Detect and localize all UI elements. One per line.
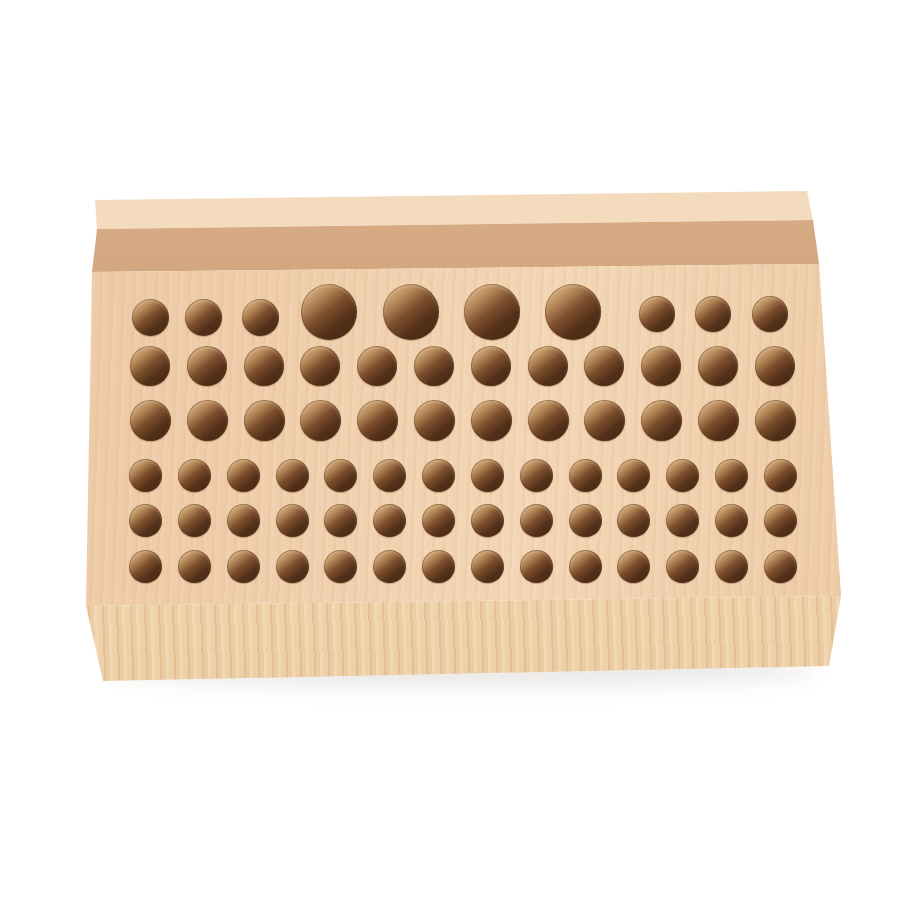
hole-row-5 bbox=[129, 504, 162, 537]
hole-row-1 bbox=[132, 299, 169, 336]
hole-row-5 bbox=[617, 504, 650, 537]
hole-row-2 bbox=[130, 346, 170, 386]
hole-row-6 bbox=[569, 550, 602, 583]
hole-row-5 bbox=[324, 504, 357, 537]
hole-row-6 bbox=[617, 550, 650, 583]
hole-row-6 bbox=[324, 550, 357, 583]
hole-row-3 bbox=[244, 400, 285, 441]
hole-row-3 bbox=[471, 400, 512, 441]
hole-row-4 bbox=[422, 459, 455, 492]
hole-row-4 bbox=[617, 459, 650, 492]
hole-row-1 bbox=[695, 296, 731, 332]
product-photo-scene bbox=[0, 0, 900, 900]
hole-row-5 bbox=[422, 504, 455, 537]
hole-row-6 bbox=[471, 550, 504, 583]
hole-row-4 bbox=[520, 459, 553, 492]
hole-row-3 bbox=[130, 400, 171, 441]
hole-row-4 bbox=[178, 459, 211, 492]
hole-row-3 bbox=[187, 400, 228, 441]
hole-row-5 bbox=[178, 504, 211, 537]
hole-row-2 bbox=[244, 346, 284, 386]
hole-row-6 bbox=[178, 550, 211, 583]
hole-row-5 bbox=[276, 504, 309, 537]
hole-row-4 bbox=[569, 459, 602, 492]
hole-row-6 bbox=[666, 550, 699, 583]
hole-row-3 bbox=[755, 400, 796, 441]
hole-row-5 bbox=[520, 504, 553, 537]
hole-row-3 bbox=[641, 400, 682, 441]
hole-row-4 bbox=[276, 459, 309, 492]
hole-row-3 bbox=[528, 400, 569, 441]
hole-row-5 bbox=[227, 504, 260, 537]
hole-row-3 bbox=[414, 400, 455, 441]
hole-row-6 bbox=[276, 550, 309, 583]
hole-row-4 bbox=[227, 459, 260, 492]
hole-row-2 bbox=[300, 346, 340, 386]
hole-row-6 bbox=[764, 550, 797, 583]
hole-row-2 bbox=[471, 346, 511, 386]
hole-row-2 bbox=[528, 346, 568, 386]
hole-row-6 bbox=[520, 550, 553, 583]
hole-row-5 bbox=[666, 504, 699, 537]
holes-layer bbox=[0, 0, 900, 900]
hole-row-5 bbox=[471, 504, 504, 537]
hole-row-4 bbox=[471, 459, 504, 492]
hole-row-2 bbox=[414, 346, 454, 386]
hole-row-2 bbox=[584, 346, 624, 386]
hole-row-6 bbox=[373, 550, 406, 583]
hole-row-3 bbox=[300, 400, 341, 441]
hole-row-1 bbox=[752, 296, 788, 332]
hole-row-1 bbox=[545, 284, 601, 340]
hole-row-1 bbox=[464, 284, 520, 340]
hole-row-5 bbox=[373, 504, 406, 537]
hole-row-2 bbox=[698, 346, 738, 386]
hole-row-4 bbox=[715, 459, 748, 492]
hole-row-2 bbox=[357, 346, 397, 386]
hole-row-6 bbox=[422, 550, 455, 583]
hole-row-2 bbox=[187, 346, 227, 386]
hole-row-6 bbox=[227, 550, 260, 583]
hole-row-1 bbox=[383, 284, 439, 340]
hole-row-6 bbox=[129, 550, 162, 583]
hole-row-4 bbox=[129, 459, 162, 492]
hole-row-4 bbox=[764, 459, 797, 492]
hole-row-3 bbox=[357, 400, 398, 441]
hole-row-4 bbox=[324, 459, 357, 492]
hole-row-5 bbox=[764, 504, 797, 537]
hole-row-3 bbox=[584, 400, 625, 441]
hole-row-6 bbox=[715, 550, 748, 583]
hole-row-3 bbox=[698, 400, 739, 441]
hole-row-2 bbox=[641, 346, 681, 386]
hole-row-1 bbox=[185, 299, 222, 336]
hole-row-4 bbox=[666, 459, 699, 492]
hole-row-1 bbox=[242, 299, 279, 336]
hole-row-5 bbox=[569, 504, 602, 537]
hole-row-4 bbox=[373, 459, 406, 492]
hole-row-1 bbox=[301, 284, 357, 340]
hole-row-2 bbox=[755, 346, 795, 386]
hole-row-5 bbox=[715, 504, 748, 537]
hole-row-1 bbox=[639, 296, 675, 332]
